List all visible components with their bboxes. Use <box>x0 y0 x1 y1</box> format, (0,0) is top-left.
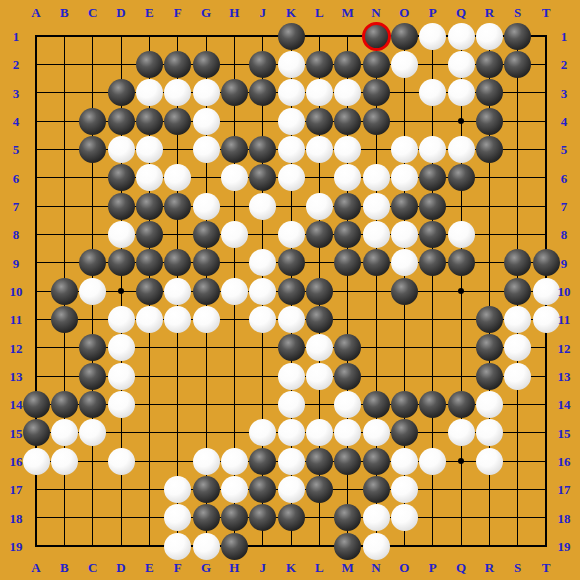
coord-label-left-15: 15 <box>10 426 23 439</box>
stone-black-D6 <box>108 164 135 191</box>
stone-black-N3 <box>363 79 390 106</box>
stone-black-O10 <box>391 278 418 305</box>
coord-label-bottom-K: K <box>286 561 296 574</box>
stone-black-G18 <box>193 504 220 531</box>
stone-white-O5 <box>391 136 418 163</box>
coord-label-top-T: T <box>542 6 551 19</box>
stone-white-P1 <box>419 23 446 50</box>
stone-white-G3 <box>193 79 220 106</box>
stone-black-P6 <box>419 164 446 191</box>
coord-label-right-18: 18 <box>558 511 571 524</box>
coord-label-left-13: 13 <box>10 370 23 383</box>
stone-black-J18 <box>249 504 276 531</box>
stone-black-S1 <box>504 23 531 50</box>
stone-white-D13 <box>108 363 135 390</box>
stone-white-R16 <box>476 448 503 475</box>
go-board[interactable] <box>0 0 580 580</box>
stone-black-P14 <box>419 391 446 418</box>
stone-white-M14 <box>334 391 361 418</box>
stone-white-L15 <box>306 419 333 446</box>
stone-black-M12 <box>334 334 361 361</box>
stone-white-K5 <box>278 136 305 163</box>
coord-label-left-6: 6 <box>13 171 20 184</box>
stone-white-H8 <box>221 221 248 248</box>
coord-label-bottom-F: F <box>174 561 182 574</box>
stone-white-J15 <box>249 419 276 446</box>
coord-label-top-A: A <box>31 6 40 19</box>
coord-label-bottom-E: E <box>145 561 154 574</box>
coord-label-top-S: S <box>514 6 521 19</box>
stone-black-R2 <box>476 51 503 78</box>
coord-label-top-P: P <box>429 6 437 19</box>
stone-black-Q6 <box>448 164 475 191</box>
stone-black-M18 <box>334 504 361 531</box>
stone-black-E4 <box>136 108 163 135</box>
stone-white-Q8 <box>448 221 475 248</box>
coord-label-bottom-A: A <box>31 561 40 574</box>
stone-black-P8 <box>419 221 446 248</box>
coord-label-left-8: 8 <box>13 228 20 241</box>
stone-white-K4 <box>278 108 305 135</box>
stone-black-E8 <box>136 221 163 248</box>
stone-black-C13 <box>79 363 106 390</box>
stone-white-S12 <box>504 334 531 361</box>
stone-black-P7 <box>419 193 446 220</box>
coord-label-top-B: B <box>60 6 69 19</box>
stone-white-F10 <box>164 278 191 305</box>
stone-white-M15 <box>334 419 361 446</box>
stone-white-E6 <box>136 164 163 191</box>
stone-white-O18 <box>391 504 418 531</box>
stone-black-N4 <box>363 108 390 135</box>
stone-black-K10 <box>278 278 305 305</box>
stone-black-J2 <box>249 51 276 78</box>
stone-black-H18 <box>221 504 248 531</box>
stone-white-L7 <box>306 193 333 220</box>
stone-white-O8 <box>391 221 418 248</box>
stone-white-P16 <box>419 448 446 475</box>
go-board-app: AABBCCDDEEFFGGHHJJKKLLMMNNOOPPQQRRSSTT11… <box>0 0 580 580</box>
stone-black-L4 <box>306 108 333 135</box>
stone-white-K15 <box>278 419 305 446</box>
stone-black-D4 <box>108 108 135 135</box>
stone-white-Q5 <box>448 136 475 163</box>
stone-black-M2 <box>334 51 361 78</box>
stone-white-E5 <box>136 136 163 163</box>
stone-black-G17 <box>193 476 220 503</box>
stone-white-D12 <box>108 334 135 361</box>
stone-white-E3 <box>136 79 163 106</box>
stone-white-Q1 <box>448 23 475 50</box>
stone-black-E10 <box>136 278 163 305</box>
coord-label-bottom-L: L <box>315 561 324 574</box>
coord-label-right-16: 16 <box>558 455 571 468</box>
stone-white-S13 <box>504 363 531 390</box>
stone-white-N6 <box>363 164 390 191</box>
stone-white-K13 <box>278 363 305 390</box>
stone-white-L13 <box>306 363 333 390</box>
stone-black-R13 <box>476 363 503 390</box>
coord-label-bottom-N: N <box>371 561 380 574</box>
coord-label-right-17: 17 <box>558 483 571 496</box>
stone-white-K16 <box>278 448 305 475</box>
star-point-Q16 <box>458 458 464 464</box>
coord-label-right-10: 10 <box>558 285 571 298</box>
stone-black-O7 <box>391 193 418 220</box>
stone-black-F2 <box>164 51 191 78</box>
stone-white-L12 <box>306 334 333 361</box>
stone-white-P3 <box>419 79 446 106</box>
stone-black-C12 <box>79 334 106 361</box>
stone-white-B15 <box>51 419 78 446</box>
stone-black-S10 <box>504 278 531 305</box>
stone-black-F9 <box>164 249 191 276</box>
coord-label-right-8: 8 <box>561 228 568 241</box>
coord-label-left-16: 16 <box>10 455 23 468</box>
stone-black-C14 <box>79 391 106 418</box>
coord-label-bottom-Q: Q <box>456 561 466 574</box>
coord-label-top-L: L <box>315 6 324 19</box>
stone-white-L3 <box>306 79 333 106</box>
stone-black-E2 <box>136 51 163 78</box>
stone-black-S9 <box>504 249 531 276</box>
stone-white-K3 <box>278 79 305 106</box>
coord-label-bottom-O: O <box>399 561 409 574</box>
stone-white-Q2 <box>448 51 475 78</box>
stone-black-M9 <box>334 249 361 276</box>
stone-black-H19 <box>221 533 248 560</box>
stone-white-D14 <box>108 391 135 418</box>
grid-line-horizontal <box>35 545 547 547</box>
stone-white-H16 <box>221 448 248 475</box>
stone-black-E9 <box>136 249 163 276</box>
coord-label-left-18: 18 <box>10 511 23 524</box>
coord-label-left-2: 2 <box>13 58 20 71</box>
coord-label-top-C: C <box>88 6 97 19</box>
coord-label-right-11: 11 <box>558 313 570 326</box>
stone-white-M5 <box>334 136 361 163</box>
coord-label-top-K: K <box>286 6 296 19</box>
coord-label-top-M: M <box>342 6 354 19</box>
stone-black-K18 <box>278 504 305 531</box>
stone-white-H17 <box>221 476 248 503</box>
coord-label-top-H: H <box>229 6 239 19</box>
stone-black-S2 <box>504 51 531 78</box>
stone-white-K8 <box>278 221 305 248</box>
stone-white-G4 <box>193 108 220 135</box>
stone-black-E7 <box>136 193 163 220</box>
stone-black-G9 <box>193 249 220 276</box>
coord-label-right-2: 2 <box>561 58 568 71</box>
coord-label-top-D: D <box>116 6 125 19</box>
stone-black-J16 <box>249 448 276 475</box>
stone-black-R3 <box>476 79 503 106</box>
coord-label-right-1: 1 <box>561 30 568 43</box>
stone-black-R11 <box>476 306 503 333</box>
stone-black-Q9 <box>448 249 475 276</box>
stone-white-F6 <box>164 164 191 191</box>
stone-black-C4 <box>79 108 106 135</box>
stone-white-Q15 <box>448 419 475 446</box>
stone-black-L8 <box>306 221 333 248</box>
coord-label-bottom-D: D <box>116 561 125 574</box>
stone-white-B16 <box>51 448 78 475</box>
stone-white-J9 <box>249 249 276 276</box>
stone-white-F18 <box>164 504 191 531</box>
stone-black-K1 <box>278 23 305 50</box>
stone-black-D3 <box>108 79 135 106</box>
coord-label-right-13: 13 <box>558 370 571 383</box>
stone-white-O6 <box>391 164 418 191</box>
stone-black-F4 <box>164 108 191 135</box>
stone-black-N17 <box>363 476 390 503</box>
stone-white-F17 <box>164 476 191 503</box>
stone-white-O16 <box>391 448 418 475</box>
stone-black-N2 <box>363 51 390 78</box>
stone-white-C15 <box>79 419 106 446</box>
stone-white-G19 <box>193 533 220 560</box>
coord-label-right-12: 12 <box>558 341 571 354</box>
coord-label-left-17: 17 <box>10 483 23 496</box>
stone-black-N14 <box>363 391 390 418</box>
coord-label-right-14: 14 <box>558 398 571 411</box>
coord-label-bottom-T: T <box>542 561 551 574</box>
coord-label-bottom-G: G <box>201 561 211 574</box>
stone-white-N15 <box>363 419 390 446</box>
coord-label-bottom-H: H <box>229 561 239 574</box>
coord-label-left-9: 9 <box>13 256 20 269</box>
coord-label-right-5: 5 <box>561 143 568 156</box>
stone-black-K9 <box>278 249 305 276</box>
stone-black-A15 <box>23 419 50 446</box>
stone-white-G16 <box>193 448 220 475</box>
stone-black-L10 <box>306 278 333 305</box>
stone-white-F3 <box>164 79 191 106</box>
stone-black-J3 <box>249 79 276 106</box>
coord-label-right-3: 3 <box>561 86 568 99</box>
stone-white-K11 <box>278 306 305 333</box>
stone-black-M13 <box>334 363 361 390</box>
stone-black-J5 <box>249 136 276 163</box>
stone-black-M16 <box>334 448 361 475</box>
stone-white-H6 <box>221 164 248 191</box>
stone-black-K12 <box>278 334 305 361</box>
stone-white-D16 <box>108 448 135 475</box>
last-move-marker <box>362 22 391 51</box>
stone-white-G7 <box>193 193 220 220</box>
stone-black-L17 <box>306 476 333 503</box>
stone-black-N16 <box>363 448 390 475</box>
stone-white-T10 <box>533 278 560 305</box>
stone-black-P9 <box>419 249 446 276</box>
coord-label-left-11: 11 <box>10 313 22 326</box>
stone-white-F19 <box>164 533 191 560</box>
stone-black-B10 <box>51 278 78 305</box>
stone-white-O17 <box>391 476 418 503</box>
stone-black-M4 <box>334 108 361 135</box>
coord-label-top-E: E <box>145 6 154 19</box>
star-point-Q10 <box>458 288 464 294</box>
stone-black-M8 <box>334 221 361 248</box>
stone-white-R1 <box>476 23 503 50</box>
stone-black-N9 <box>363 249 390 276</box>
stone-white-E11 <box>136 306 163 333</box>
stone-black-H5 <box>221 136 248 163</box>
coord-label-right-7: 7 <box>561 200 568 213</box>
stone-white-A16 <box>23 448 50 475</box>
stone-black-A14 <box>23 391 50 418</box>
stone-black-B14 <box>51 391 78 418</box>
stone-white-R14 <box>476 391 503 418</box>
coord-label-right-4: 4 <box>561 115 568 128</box>
coord-label-bottom-M: M <box>342 561 354 574</box>
coord-label-top-G: G <box>201 6 211 19</box>
stone-white-T11 <box>533 306 560 333</box>
stone-white-D8 <box>108 221 135 248</box>
coord-label-right-6: 6 <box>561 171 568 184</box>
coord-label-left-14: 14 <box>10 398 23 411</box>
stone-black-J17 <box>249 476 276 503</box>
coord-label-right-15: 15 <box>558 426 571 439</box>
stone-white-M6 <box>334 164 361 191</box>
stone-white-K14 <box>278 391 305 418</box>
stone-white-S11 <box>504 306 531 333</box>
stone-black-B11 <box>51 306 78 333</box>
stone-white-R15 <box>476 419 503 446</box>
stone-black-O14 <box>391 391 418 418</box>
coord-label-right-19: 19 <box>558 540 571 553</box>
stone-black-J6 <box>249 164 276 191</box>
stone-black-C5 <box>79 136 106 163</box>
stone-white-L5 <box>306 136 333 163</box>
stone-white-N18 <box>363 504 390 531</box>
stone-black-O1 <box>391 23 418 50</box>
stone-white-G11 <box>193 306 220 333</box>
stone-black-L16 <box>306 448 333 475</box>
coord-label-bottom-P: P <box>429 561 437 574</box>
coord-label-top-R: R <box>485 6 494 19</box>
stone-black-R12 <box>476 334 503 361</box>
stone-white-O9 <box>391 249 418 276</box>
stone-black-F7 <box>164 193 191 220</box>
coord-label-top-Q: Q <box>456 6 466 19</box>
stone-white-D11 <box>108 306 135 333</box>
coord-label-bottom-J: J <box>259 561 266 574</box>
coord-label-left-4: 4 <box>13 115 20 128</box>
coord-label-top-N: N <box>371 6 380 19</box>
coord-label-right-9: 9 <box>561 256 568 269</box>
coord-label-left-1: 1 <box>13 30 20 43</box>
stone-white-O2 <box>391 51 418 78</box>
stone-white-P5 <box>419 136 446 163</box>
stone-white-J11 <box>249 306 276 333</box>
stone-black-C9 <box>79 249 106 276</box>
coord-label-top-F: F <box>174 6 182 19</box>
stone-black-R5 <box>476 136 503 163</box>
star-point-Q4 <box>458 118 464 124</box>
stone-white-J10 <box>249 278 276 305</box>
stone-black-M7 <box>334 193 361 220</box>
stone-black-L11 <box>306 306 333 333</box>
coord-label-bottom-B: B <box>60 561 69 574</box>
stone-black-O15 <box>391 419 418 446</box>
stone-white-H10 <box>221 278 248 305</box>
star-point-D10 <box>118 288 124 294</box>
stone-black-G8 <box>193 221 220 248</box>
stone-black-G10 <box>193 278 220 305</box>
stone-white-J7 <box>249 193 276 220</box>
stone-black-D7 <box>108 193 135 220</box>
stone-white-K6 <box>278 164 305 191</box>
stone-black-L2 <box>306 51 333 78</box>
stone-white-K17 <box>278 476 305 503</box>
stone-black-H3 <box>221 79 248 106</box>
stone-black-D9 <box>108 249 135 276</box>
coord-label-left-12: 12 <box>10 341 23 354</box>
coord-label-left-19: 19 <box>10 540 23 553</box>
stone-white-N7 <box>363 193 390 220</box>
stone-black-Q14 <box>448 391 475 418</box>
stone-black-M19 <box>334 533 361 560</box>
stone-white-M3 <box>334 79 361 106</box>
coord-label-bottom-S: S <box>514 561 521 574</box>
stone-white-N19 <box>363 533 390 560</box>
stone-white-N8 <box>363 221 390 248</box>
coord-label-bottom-C: C <box>88 561 97 574</box>
coord-label-bottom-R: R <box>485 561 494 574</box>
coord-label-left-3: 3 <box>13 86 20 99</box>
stone-black-G2 <box>193 51 220 78</box>
coord-label-left-7: 7 <box>13 200 20 213</box>
stone-white-G5 <box>193 136 220 163</box>
stone-white-F11 <box>164 306 191 333</box>
stone-white-K2 <box>278 51 305 78</box>
coord-label-left-10: 10 <box>10 285 23 298</box>
stone-black-R4 <box>476 108 503 135</box>
coord-label-top-J: J <box>259 6 266 19</box>
coord-label-top-O: O <box>399 6 409 19</box>
coord-label-left-5: 5 <box>13 143 20 156</box>
stone-white-Q3 <box>448 79 475 106</box>
stone-white-D5 <box>108 136 135 163</box>
stone-black-T9 <box>533 249 560 276</box>
stone-white-C10 <box>79 278 106 305</box>
